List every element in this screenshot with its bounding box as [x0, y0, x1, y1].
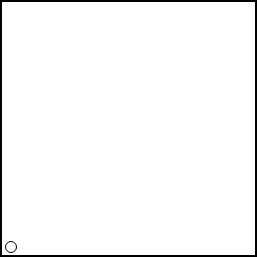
rank-labels [2, 2, 19, 238]
move-indicator-corner [2, 238, 19, 255]
file-labels [19, 238, 255, 255]
chess-board [19, 2, 255, 238]
white-to-move-indicator [5, 241, 17, 253]
chess-diagram [0, 0, 257, 257]
